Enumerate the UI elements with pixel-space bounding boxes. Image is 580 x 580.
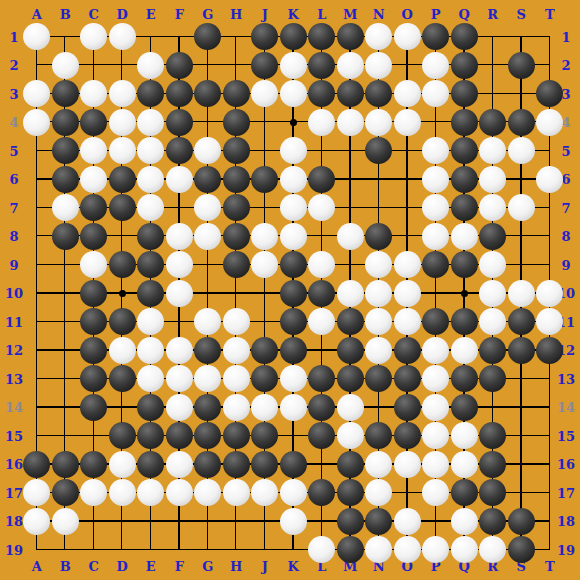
stone-black[interactable] (508, 536, 535, 563)
stone-white[interactable] (337, 422, 364, 449)
col-label-top: S (517, 8, 526, 21)
stone-white[interactable] (451, 451, 478, 478)
stone-white[interactable] (479, 280, 506, 307)
stone-black[interactable] (479, 109, 506, 136)
stone-black[interactable] (23, 451, 50, 478)
stone-black[interactable] (337, 451, 364, 478)
row-label-right: 14 (557, 401, 575, 414)
stone-black[interactable] (508, 52, 535, 79)
stone-black[interactable] (508, 308, 535, 335)
stone-black[interactable] (337, 80, 364, 107)
stone-white[interactable] (479, 166, 506, 193)
stone-white[interactable] (251, 394, 278, 421)
stone-black[interactable] (223, 223, 250, 250)
stone-black[interactable] (166, 80, 193, 107)
stone-white[interactable] (536, 308, 563, 335)
stone-black[interactable] (308, 394, 335, 421)
stone-black[interactable] (223, 251, 250, 278)
col-label-top: L (317, 8, 326, 21)
stone-black[interactable] (52, 479, 79, 506)
stone-black[interactable] (337, 508, 364, 535)
row-label-right: 19 (557, 543, 575, 556)
stone-black[interactable] (280, 251, 307, 278)
stone-white[interactable] (337, 52, 364, 79)
stone-white[interactable] (394, 508, 421, 535)
stone-black[interactable] (280, 337, 307, 364)
stone-white[interactable] (508, 137, 535, 164)
stone-white[interactable] (451, 508, 478, 535)
stone-white[interactable] (280, 223, 307, 250)
hoshi-point[interactable] (290, 119, 297, 126)
row-label-right: 1 (561, 30, 570, 43)
col-label-top: B (60, 8, 71, 21)
col-label-top: K (288, 8, 299, 21)
stone-black[interactable] (52, 166, 79, 193)
col-label-top: A (32, 8, 42, 21)
stone-white[interactable] (166, 251, 193, 278)
stone-black[interactable] (166, 422, 193, 449)
stone-white[interactable] (365, 280, 392, 307)
stone-black[interactable] (251, 52, 278, 79)
stone-black[interactable] (194, 337, 221, 364)
stone-white[interactable] (451, 337, 478, 364)
stone-white[interactable] (137, 337, 164, 364)
stone-white[interactable] (251, 223, 278, 250)
stone-black[interactable] (394, 422, 421, 449)
stone-black[interactable] (451, 251, 478, 278)
stone-white[interactable] (109, 80, 136, 107)
row-label-right: 9 (561, 258, 570, 271)
stone-black[interactable] (365, 223, 392, 250)
stone-black[interactable] (137, 394, 164, 421)
stone-black[interactable] (223, 422, 250, 449)
stone-black[interactable] (451, 109, 478, 136)
stone-white[interactable] (52, 52, 79, 79)
stone-black[interactable] (394, 394, 421, 421)
col-label-top: T (545, 8, 555, 21)
stone-white[interactable] (194, 223, 221, 250)
stone-white[interactable] (280, 166, 307, 193)
row-label-left: 3 (9, 87, 18, 100)
col-label-top: Q (459, 8, 470, 21)
row-label-left: 19 (5, 543, 23, 556)
col-label-bottom: A (32, 560, 42, 573)
stone-black[interactable] (166, 137, 193, 164)
stone-white[interactable] (280, 479, 307, 506)
stone-black[interactable] (337, 337, 364, 364)
stone-black[interactable] (308, 166, 335, 193)
stone-white[interactable] (109, 137, 136, 164)
stone-white[interactable] (166, 479, 193, 506)
stone-black[interactable] (52, 80, 79, 107)
stone-white[interactable] (451, 422, 478, 449)
col-label-bottom: B (60, 560, 71, 573)
stone-black[interactable] (80, 451, 107, 478)
stone-white[interactable] (394, 109, 421, 136)
stone-black[interactable] (52, 109, 79, 136)
stone-black[interactable] (280, 451, 307, 478)
stone-white[interactable] (109, 337, 136, 364)
stone-black[interactable] (109, 422, 136, 449)
row-label-left: 8 (9, 230, 18, 243)
stone-black[interactable] (223, 137, 250, 164)
hoshi-point[interactable] (119, 290, 126, 297)
stone-black[interactable] (137, 223, 164, 250)
stone-white[interactable] (166, 451, 193, 478)
stone-black[interactable] (394, 337, 421, 364)
stone-white[interactable] (166, 223, 193, 250)
stone-black[interactable] (109, 194, 136, 221)
stone-white[interactable] (308, 536, 335, 563)
col-label-top: M (343, 8, 357, 21)
row-label-left: 2 (9, 59, 18, 72)
stone-white[interactable] (422, 166, 449, 193)
stone-black[interactable] (109, 365, 136, 392)
stone-black[interactable] (223, 80, 250, 107)
col-label-bottom: E (146, 560, 156, 573)
stone-white[interactable] (536, 166, 563, 193)
stone-white[interactable] (137, 166, 164, 193)
col-label-top: N (373, 8, 385, 21)
stone-white[interactable] (23, 109, 50, 136)
stone-black[interactable] (394, 365, 421, 392)
stone-black[interactable] (451, 137, 478, 164)
row-label-right: 5 (561, 144, 570, 157)
row-label-left: 9 (9, 258, 18, 271)
stone-black[interactable] (80, 337, 107, 364)
stone-white[interactable] (280, 394, 307, 421)
stone-white[interactable] (308, 109, 335, 136)
stone-black[interactable] (536, 80, 563, 107)
stone-white[interactable] (394, 80, 421, 107)
stone-white[interactable] (365, 52, 392, 79)
col-label-top: H (230, 8, 242, 21)
stone-black[interactable] (194, 394, 221, 421)
stone-black[interactable] (280, 23, 307, 50)
stone-white[interactable] (394, 23, 421, 50)
stone-white[interactable] (394, 251, 421, 278)
col-label-bottom: J (262, 560, 268, 573)
stone-white[interactable] (365, 337, 392, 364)
row-label-right: 8 (561, 230, 570, 243)
stone-black[interactable] (251, 337, 278, 364)
stone-white[interactable] (166, 166, 193, 193)
stone-black[interactable] (337, 23, 364, 50)
stone-white[interactable] (109, 109, 136, 136)
stone-white[interactable] (422, 536, 449, 563)
stone-white[interactable] (365, 536, 392, 563)
stone-black[interactable] (223, 194, 250, 221)
stone-white[interactable] (394, 308, 421, 335)
stone-white[interactable] (223, 365, 250, 392)
stone-white[interactable] (337, 223, 364, 250)
stone-black[interactable] (80, 223, 107, 250)
stone-white[interactable] (52, 508, 79, 535)
row-label-left: 7 (9, 201, 18, 214)
stone-black[interactable] (479, 508, 506, 535)
stone-white[interactable] (137, 109, 164, 136)
stone-white[interactable] (422, 52, 449, 79)
stone-black[interactable] (52, 451, 79, 478)
col-label-top: E (146, 8, 156, 21)
stone-white[interactable] (365, 109, 392, 136)
row-label-left: 12 (5, 344, 23, 357)
stone-black[interactable] (451, 194, 478, 221)
row-label-left: 14 (5, 401, 23, 414)
stone-black[interactable] (308, 280, 335, 307)
stone-black[interactable] (536, 337, 563, 364)
stone-black[interactable] (451, 166, 478, 193)
row-label-left: 11 (5, 315, 23, 328)
row-label-left: 15 (5, 429, 23, 442)
stone-black[interactable] (251, 166, 278, 193)
stone-white[interactable] (52, 194, 79, 221)
col-label-bottom: H (230, 560, 242, 573)
stone-black[interactable] (365, 508, 392, 535)
stone-white[interactable] (23, 508, 50, 535)
stone-white[interactable] (166, 365, 193, 392)
row-label-left: 10 (5, 287, 23, 300)
stone-black[interactable] (109, 308, 136, 335)
stone-black[interactable] (223, 451, 250, 478)
stone-black[interactable] (194, 166, 221, 193)
stone-black[interactable] (479, 451, 506, 478)
stone-black[interactable] (508, 337, 535, 364)
stone-white[interactable] (536, 280, 563, 307)
stone-white[interactable] (422, 337, 449, 364)
stone-black[interactable] (166, 109, 193, 136)
stone-black[interactable] (80, 109, 107, 136)
stone-white[interactable] (80, 166, 107, 193)
stone-white[interactable] (166, 337, 193, 364)
stone-white[interactable] (394, 280, 421, 307)
stone-black[interactable] (280, 308, 307, 335)
stone-white[interactable] (166, 280, 193, 307)
row-label-right: 13 (557, 372, 575, 385)
row-label-right: 7 (561, 201, 570, 214)
stone-black[interactable] (52, 137, 79, 164)
stone-black[interactable] (451, 308, 478, 335)
stone-white[interactable] (280, 137, 307, 164)
stone-black[interactable] (280, 280, 307, 307)
stone-black[interactable] (451, 52, 478, 79)
stone-black[interactable] (337, 365, 364, 392)
stone-white[interactable] (109, 451, 136, 478)
stone-white[interactable] (451, 536, 478, 563)
row-label-left: 5 (9, 144, 18, 157)
stone-white[interactable] (109, 479, 136, 506)
col-label-bottom: F (175, 560, 184, 573)
col-label-bottom: G (202, 560, 213, 573)
stone-white[interactable] (280, 365, 307, 392)
stone-black[interactable] (337, 479, 364, 506)
stone-white[interactable] (365, 451, 392, 478)
goban: AABBCCDDEEFFGGHHJJKKLLMMNNOOPPQQRRSSTT11… (0, 0, 580, 580)
stone-white[interactable] (223, 308, 250, 335)
stone-black[interactable] (508, 508, 535, 535)
row-label-left: 1 (9, 30, 18, 43)
stone-black[interactable] (109, 166, 136, 193)
stone-black[interactable] (479, 337, 506, 364)
stone-white[interactable] (422, 223, 449, 250)
stone-black[interactable] (451, 365, 478, 392)
stone-black[interactable] (451, 23, 478, 50)
stone-black[interactable] (194, 451, 221, 478)
stone-black[interactable] (337, 308, 364, 335)
row-label-right: 17 (557, 486, 575, 499)
stone-white[interactable] (422, 394, 449, 421)
col-label-bottom: T (545, 560, 555, 573)
row-label-left: 16 (5, 458, 23, 471)
col-label-top: F (175, 8, 184, 21)
stone-white[interactable] (280, 508, 307, 535)
stone-black[interactable] (451, 394, 478, 421)
col-label-top: P (431, 8, 441, 21)
stone-black[interactable] (80, 280, 107, 307)
stone-black[interactable] (109, 251, 136, 278)
row-label-left: 6 (9, 173, 18, 186)
stone-black[interactable] (337, 536, 364, 563)
stone-black[interactable] (137, 451, 164, 478)
stone-white[interactable] (280, 80, 307, 107)
stone-black[interactable] (451, 479, 478, 506)
stone-white[interactable] (394, 536, 421, 563)
col-label-top: D (117, 8, 128, 21)
stone-black[interactable] (508, 109, 535, 136)
col-label-bottom: C (89, 560, 99, 573)
col-label-bottom: K (288, 560, 299, 573)
row-label-right: 16 (557, 458, 575, 471)
stone-black[interactable] (80, 394, 107, 421)
stone-white[interactable] (109, 23, 136, 50)
col-label-top: O (402, 8, 413, 21)
stone-black[interactable] (251, 451, 278, 478)
col-label-top: C (89, 8, 99, 21)
col-label-top: G (202, 8, 213, 21)
stone-white[interactable] (280, 194, 307, 221)
stone-black[interactable] (223, 109, 250, 136)
stone-white[interactable] (536, 109, 563, 136)
stone-white[interactable] (166, 394, 193, 421)
stone-white[interactable] (451, 223, 478, 250)
stone-black[interactable] (308, 52, 335, 79)
row-label-right: 18 (557, 515, 575, 528)
stone-white[interactable] (508, 194, 535, 221)
row-label-left: 18 (5, 515, 23, 528)
stone-white[interactable] (280, 52, 307, 79)
col-label-top: J (262, 8, 268, 21)
stone-black[interactable] (166, 52, 193, 79)
stone-white[interactable] (508, 280, 535, 307)
row-label-right: 15 (557, 429, 575, 442)
stone-white[interactable] (337, 394, 364, 421)
stone-black[interactable] (479, 223, 506, 250)
stone-black[interactable] (52, 223, 79, 250)
stone-white[interactable] (394, 451, 421, 478)
stone-white[interactable] (223, 479, 250, 506)
stone-white[interactable] (337, 280, 364, 307)
row-label-left: 13 (5, 372, 23, 385)
col-label-bottom: D (117, 560, 128, 573)
stone-white[interactable] (422, 451, 449, 478)
hoshi-point[interactable] (461, 290, 468, 297)
row-label-right: 2 (561, 59, 570, 72)
stone-white[interactable] (337, 109, 364, 136)
stone-white[interactable] (137, 52, 164, 79)
stone-black[interactable] (137, 280, 164, 307)
stone-white[interactable] (223, 394, 250, 421)
stone-white[interactable] (223, 337, 250, 364)
stone-black[interactable] (223, 166, 250, 193)
stone-white[interactable] (479, 536, 506, 563)
col-label-top: R (487, 8, 498, 21)
row-label-left: 4 (9, 116, 18, 129)
stone-black[interactable] (451, 80, 478, 107)
row-label-left: 17 (5, 486, 23, 499)
